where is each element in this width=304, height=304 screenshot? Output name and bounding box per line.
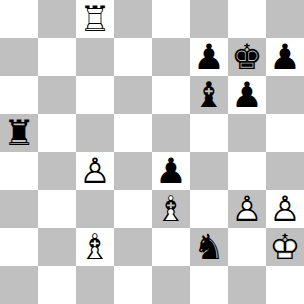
square-g5[interactable] — [228, 114, 266, 152]
square-e7[interactable] — [152, 38, 190, 76]
white-king-piece[interactable]: ♚♔ — [266, 228, 304, 266]
square-h2[interactable]: ♚♔ — [266, 228, 304, 266]
square-h7[interactable]: ♟ — [266, 38, 304, 76]
white-bishop-piece[interactable]: ♝♗ — [76, 228, 114, 266]
square-f3[interactable] — [190, 190, 228, 228]
square-a7[interactable] — [0, 38, 38, 76]
square-d5[interactable] — [114, 114, 152, 152]
square-a3[interactable] — [0, 190, 38, 228]
square-c6[interactable] — [76, 76, 114, 114]
square-b3[interactable] — [38, 190, 76, 228]
square-a6[interactable] — [0, 76, 38, 114]
black-pawn-piece[interactable]: ♟ — [228, 76, 266, 114]
black-pawn-glyph: ♟ — [190, 38, 228, 76]
black-bishop-piece[interactable]: ♝ — [190, 76, 228, 114]
square-a1[interactable] — [0, 266, 38, 304]
square-e3[interactable]: ♝♗ — [152, 190, 190, 228]
square-b6[interactable] — [38, 76, 76, 114]
white-pawn-piece[interactable]: ♟♙ — [228, 190, 266, 228]
black-bishop-glyph: ♝ — [190, 76, 228, 114]
square-c7[interactable] — [76, 38, 114, 76]
square-b2[interactable] — [38, 228, 76, 266]
square-c2[interactable]: ♝♗ — [76, 228, 114, 266]
square-d3[interactable] — [114, 190, 152, 228]
square-g7[interactable]: ♚ — [228, 38, 266, 76]
white-pawn-outline-glyph: ♙ — [266, 190, 304, 228]
square-h8[interactable] — [266, 0, 304, 38]
white-pawn-piece[interactable]: ♟♙ — [266, 190, 304, 228]
square-b5[interactable] — [38, 114, 76, 152]
square-a5[interactable]: ♜ — [0, 114, 38, 152]
white-bishop-outline-glyph: ♗ — [152, 190, 190, 228]
square-c1[interactable] — [76, 266, 114, 304]
black-pawn-piece[interactable]: ♟ — [190, 38, 228, 76]
black-king-piece[interactable]: ♚ — [228, 38, 266, 76]
square-h5[interactable] — [266, 114, 304, 152]
square-e5[interactable] — [152, 114, 190, 152]
black-pawn-glyph: ♟ — [152, 152, 190, 190]
white-bishop-outline-glyph: ♗ — [76, 228, 114, 266]
square-d2[interactable] — [114, 228, 152, 266]
square-b4[interactable] — [38, 152, 76, 190]
square-f6[interactable]: ♝ — [190, 76, 228, 114]
square-c4[interactable]: ♟♙ — [76, 152, 114, 190]
square-c3[interactable] — [76, 190, 114, 228]
square-f4[interactable] — [190, 152, 228, 190]
square-d7[interactable] — [114, 38, 152, 76]
black-pawn-glyph: ♟ — [228, 76, 266, 114]
square-b8[interactable] — [38, 0, 76, 38]
black-knight-piece[interactable]: ♞ — [190, 228, 228, 266]
white-pawn-piece[interactable]: ♟♙ — [76, 152, 114, 190]
square-g6[interactable]: ♟ — [228, 76, 266, 114]
square-g4[interactable] — [228, 152, 266, 190]
black-rook-glyph: ♜ — [0, 114, 38, 152]
square-d1[interactable] — [114, 266, 152, 304]
square-h6[interactable] — [266, 76, 304, 114]
black-king-glyph: ♚ — [228, 38, 266, 76]
black-pawn-piece[interactable]: ♟ — [152, 152, 190, 190]
square-g2[interactable] — [228, 228, 266, 266]
square-g3[interactable]: ♟♙ — [228, 190, 266, 228]
square-a8[interactable] — [0, 0, 38, 38]
square-h3[interactable]: ♟♙ — [266, 190, 304, 228]
white-pawn-outline-glyph: ♙ — [228, 190, 266, 228]
square-f8[interactable] — [190, 0, 228, 38]
square-e8[interactable] — [152, 0, 190, 38]
square-f7[interactable]: ♟ — [190, 38, 228, 76]
square-d8[interactable] — [114, 0, 152, 38]
square-e6[interactable] — [152, 76, 190, 114]
black-knight-glyph: ♞ — [190, 228, 228, 266]
square-h4[interactable] — [266, 152, 304, 190]
square-g8[interactable] — [228, 0, 266, 38]
square-g1[interactable] — [228, 266, 266, 304]
white-rook-piece[interactable]: ♜♖ — [76, 0, 114, 38]
square-a2[interactable] — [0, 228, 38, 266]
square-f5[interactable] — [190, 114, 228, 152]
white-rook-outline-glyph: ♖ — [76, 0, 114, 38]
white-bishop-piece[interactable]: ♝♗ — [152, 190, 190, 228]
square-c5[interactable] — [76, 114, 114, 152]
square-d6[interactable] — [114, 76, 152, 114]
square-e2[interactable] — [152, 228, 190, 266]
square-d4[interactable] — [114, 152, 152, 190]
square-h1[interactable] — [266, 266, 304, 304]
square-a4[interactable] — [0, 152, 38, 190]
square-c8[interactable]: ♜♖ — [76, 0, 114, 38]
white-king-outline-glyph: ♔ — [266, 228, 304, 266]
square-f2[interactable]: ♞ — [190, 228, 228, 266]
square-b1[interactable] — [38, 266, 76, 304]
white-pawn-outline-glyph: ♙ — [76, 152, 114, 190]
black-rook-piece[interactable]: ♜ — [0, 114, 38, 152]
square-f1[interactable] — [190, 266, 228, 304]
square-e4[interactable]: ♟ — [152, 152, 190, 190]
square-b7[interactable] — [38, 38, 76, 76]
black-pawn-glyph: ♟ — [266, 38, 304, 76]
square-e1[interactable] — [152, 266, 190, 304]
chess-board: ♜♖♟♚♟♝♟♜♟♙♟♝♗♟♙♟♙♝♗♞♚♔ — [0, 0, 304, 304]
black-pawn-piece[interactable]: ♟ — [266, 38, 304, 76]
